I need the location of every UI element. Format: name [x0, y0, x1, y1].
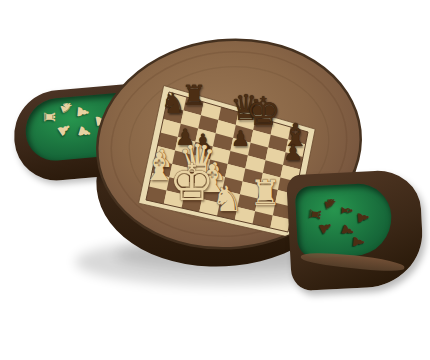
pieces-layer: ♜♛♚♞♝♟♟♟♟♟♟♛♟♝♝♜♚♞ [0, 0, 430, 360]
piece-white-king-c1[interactable]: ♚ [169, 159, 215, 210]
piece-black-pawn-h6[interactable]: ♟ [283, 142, 302, 164]
piece-black-knight-a7[interactable]: ♞ [161, 90, 186, 118]
chess-set-scene: ♜♞♟♟♟♟♟ ♜♞♝♟♟♟♟ ♜♛♚♞♝♟♟♟♟♟♟♛♟♝♝♜♚♞ [0, 0, 430, 360]
piece-white-rook-g2[interactable]: ♜ [249, 176, 280, 211]
piece-white-knight-e1[interactable]: ♞ [211, 181, 242, 216]
piece-black-king-f8[interactable]: ♚ [246, 91, 281, 130]
piece-black-pawn-e6[interactable]: ♟ [231, 128, 250, 150]
